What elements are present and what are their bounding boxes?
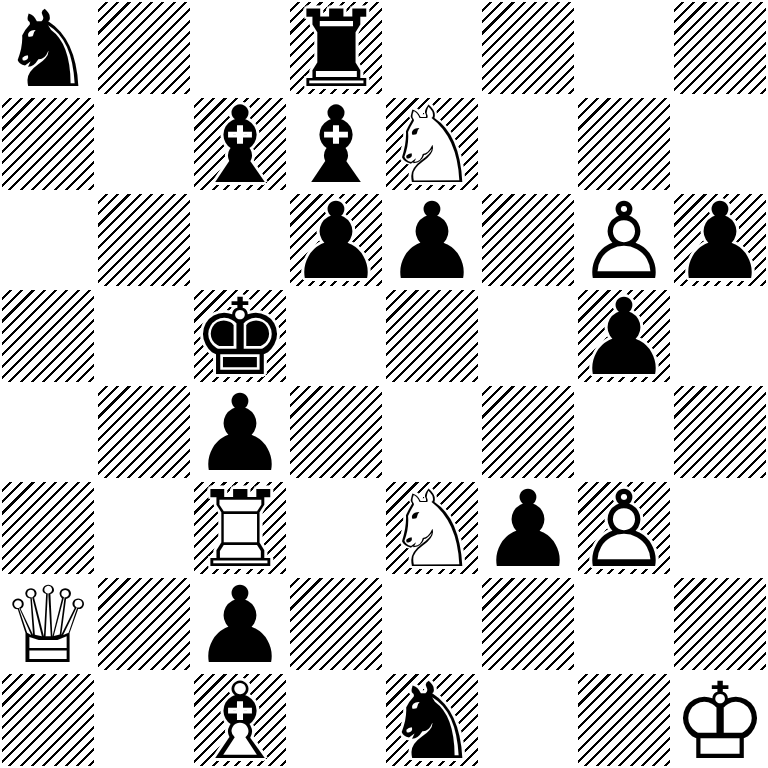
square-h8[interactable] (672, 0, 768, 96)
square-c7[interactable]: ♝♝ (192, 96, 288, 192)
piece-black-pawn: ♟♟ (576, 288, 672, 384)
square-a1[interactable] (0, 672, 96, 768)
piece-black-king: ♚♚ (192, 288, 288, 384)
square-a5[interactable] (0, 288, 96, 384)
square-a4[interactable] (0, 384, 96, 480)
piece-black-rook: ♜♜ (288, 0, 384, 96)
square-g5[interactable]: ♟♟ (576, 288, 672, 384)
piece-white-rook: ♜♖ (192, 480, 288, 576)
square-g4[interactable] (576, 384, 672, 480)
square-h6[interactable]: ♟♟ (672, 192, 768, 288)
square-f2[interactable] (480, 576, 576, 672)
square-g3[interactable]: ♟♙ (576, 480, 672, 576)
piece-black-pawn: ♟♟ (192, 384, 288, 480)
square-e2[interactable] (384, 576, 480, 672)
square-c3[interactable]: ♜♖ (192, 480, 288, 576)
square-d6[interactable]: ♟♟ (288, 192, 384, 288)
square-d1[interactable] (288, 672, 384, 768)
piece-white-queen: ♛♕ (0, 576, 96, 672)
square-c5[interactable]: ♚♚ (192, 288, 288, 384)
square-h4[interactable] (672, 384, 768, 480)
piece-black-pawn: ♟♟ (480, 480, 576, 576)
square-h1[interactable]: ♚♔ (672, 672, 768, 768)
square-c4[interactable]: ♟♟ (192, 384, 288, 480)
piece-black-bishop: ♝♝ (192, 96, 288, 192)
square-g2[interactable] (576, 576, 672, 672)
square-h2[interactable] (672, 576, 768, 672)
square-f1[interactable] (480, 672, 576, 768)
piece-black-knight: ♞♞ (0, 0, 96, 96)
piece-white-bishop: ♝♗ (192, 672, 288, 768)
square-g8[interactable] (576, 0, 672, 96)
square-a2[interactable]: ♛♕ (0, 576, 96, 672)
square-d2[interactable] (288, 576, 384, 672)
square-f8[interactable] (480, 0, 576, 96)
square-b3[interactable] (96, 480, 192, 576)
square-g7[interactable] (576, 96, 672, 192)
square-b4[interactable] (96, 384, 192, 480)
square-h7[interactable] (672, 96, 768, 192)
square-c2[interactable]: ♟♟ (192, 576, 288, 672)
square-h3[interactable] (672, 480, 768, 576)
square-c1[interactable]: ♝♗ (192, 672, 288, 768)
square-e8[interactable] (384, 0, 480, 96)
square-b2[interactable] (96, 576, 192, 672)
square-f4[interactable] (480, 384, 576, 480)
square-g1[interactable] (576, 672, 672, 768)
piece-black-pawn: ♟♟ (672, 192, 768, 288)
square-h5[interactable] (672, 288, 768, 384)
piece-white-pawn: ♟♙ (576, 192, 672, 288)
chess-board: ♞♞♜♜♝♝♝♝♞♘♟♟♟♟♟♙♟♟♚♚♟♟♟♟♜♖♞♘♟♟♟♙♛♕♟♟♝♗♞♞… (0, 0, 768, 768)
square-e7[interactable]: ♞♘ (384, 96, 480, 192)
square-d4[interactable] (288, 384, 384, 480)
square-f6[interactable] (480, 192, 576, 288)
square-a7[interactable] (0, 96, 96, 192)
square-e6[interactable]: ♟♟ (384, 192, 480, 288)
piece-black-pawn: ♟♟ (384, 192, 480, 288)
square-b1[interactable] (96, 672, 192, 768)
square-g6[interactable]: ♟♙ (576, 192, 672, 288)
square-b7[interactable] (96, 96, 192, 192)
square-a3[interactable] (0, 480, 96, 576)
square-a6[interactable] (0, 192, 96, 288)
piece-black-pawn: ♟♟ (288, 192, 384, 288)
square-e3[interactable]: ♞♘ (384, 480, 480, 576)
square-b6[interactable] (96, 192, 192, 288)
square-c8[interactable] (192, 0, 288, 96)
square-c6[interactable] (192, 192, 288, 288)
piece-white-knight: ♞♘ (384, 480, 480, 576)
square-f5[interactable] (480, 288, 576, 384)
square-e5[interactable] (384, 288, 480, 384)
square-b5[interactable] (96, 288, 192, 384)
piece-white-pawn: ♟♙ (576, 480, 672, 576)
square-e4[interactable] (384, 384, 480, 480)
square-f7[interactable] (480, 96, 576, 192)
piece-black-bishop: ♝♝ (288, 96, 384, 192)
piece-white-king: ♚♔ (672, 672, 768, 768)
piece-black-pawn: ♟♟ (192, 576, 288, 672)
square-d3[interactable] (288, 480, 384, 576)
square-a8[interactable]: ♞♞ (0, 0, 96, 96)
piece-white-knight: ♞♘ (384, 96, 480, 192)
square-e1[interactable]: ♞♞ (384, 672, 480, 768)
square-d5[interactable] (288, 288, 384, 384)
square-d7[interactable]: ♝♝ (288, 96, 384, 192)
square-b8[interactable] (96, 0, 192, 96)
piece-black-knight: ♞♞ (384, 672, 480, 768)
square-f3[interactable]: ♟♟ (480, 480, 576, 576)
square-d8[interactable]: ♜♜ (288, 0, 384, 96)
